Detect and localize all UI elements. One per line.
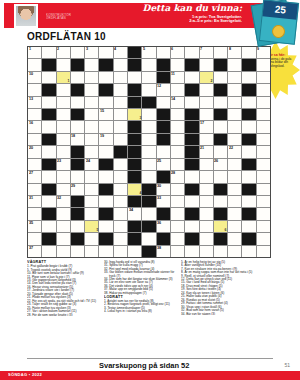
- black-cell: [99, 233, 112, 244]
- grid-cell[interactable]: [200, 246, 213, 257]
- grid-cell[interactable]: [171, 121, 184, 132]
- grid-cell[interactable]: [28, 59, 41, 70]
- code-letter-cell[interactable]: 4: [128, 184, 141, 195]
- black-cell: [99, 84, 112, 95]
- black-cell: [157, 72, 170, 83]
- grid-cell[interactable]: [171, 184, 184, 195]
- grid-cell[interactable]: 3: [85, 47, 98, 58]
- grid-cell[interactable]: 9: [257, 47, 270, 58]
- grid-cell[interactable]: [57, 233, 70, 244]
- grid-cell[interactable]: [200, 184, 213, 195]
- grid-cell[interactable]: [85, 121, 98, 132]
- grid-cell[interactable]: [257, 121, 270, 132]
- grid-cell[interactable]: [214, 121, 227, 132]
- black-cell: [128, 159, 141, 170]
- magazine-page: KONSTRUKTÖR ORDFLÄTAN Detta kan du vinna…: [0, 0, 300, 380]
- grid-cell[interactable]: [85, 109, 98, 120]
- black-cell: [157, 233, 170, 244]
- grid-cell[interactable]: 27: [28, 171, 41, 182]
- crossword-grid[interactable]: 1234567891011121213141531617181920212223…: [27, 46, 271, 258]
- grid-cell[interactable]: [200, 196, 213, 207]
- black-cell: [185, 84, 198, 95]
- grid-cell[interactable]: 2: [57, 47, 70, 58]
- answer-coupon-note: Svarskupong på sidan 52: [99, 361, 189, 370]
- clue-number: 1: [29, 47, 31, 51]
- grid-cell[interactable]: 32: [57, 196, 70, 207]
- grid-cell[interactable]: [257, 72, 270, 83]
- grid-cell[interactable]: [242, 196, 255, 207]
- constructor-byline: KONSTRUKTÖR ORDFLÄTAN: [46, 13, 71, 20]
- grid-cell[interactable]: [42, 97, 55, 108]
- grid-cell[interactable]: [99, 196, 112, 207]
- clue-number: 18: [71, 134, 75, 138]
- grid-cell[interactable]: 34: [128, 208, 141, 219]
- grid-cell[interactable]: [185, 196, 198, 207]
- grid-cell[interactable]: [228, 233, 241, 244]
- grid-cell[interactable]: 7: [200, 47, 213, 58]
- grid-cell[interactable]: [242, 121, 255, 132]
- grid-cell[interactable]: [71, 171, 84, 182]
- grid-cell[interactable]: [228, 109, 241, 120]
- grid-cell[interactable]: [257, 134, 270, 145]
- code-position-tag: 1: [67, 80, 69, 83]
- grid-cell[interactable]: [142, 159, 155, 170]
- grid-cell[interactable]: [42, 121, 55, 132]
- grid-cell[interactable]: [214, 196, 227, 207]
- black-cell: [99, 59, 112, 70]
- grid-cell[interactable]: [42, 246, 55, 257]
- code-position-tag: 4: [139, 191, 141, 194]
- grid-cell[interactable]: [242, 47, 255, 58]
- grid-cell[interactable]: [57, 146, 70, 157]
- grid-cell[interactable]: [85, 196, 98, 207]
- grid-cell[interactable]: [42, 221, 55, 232]
- grid-cell[interactable]: [142, 121, 155, 132]
- grid-cell[interactable]: [42, 72, 55, 83]
- clue-number: 13: [29, 97, 33, 101]
- grid-cell[interactable]: [171, 208, 184, 219]
- grid-cell[interactable]: [185, 47, 198, 58]
- grid-cell[interactable]: [242, 97, 255, 108]
- grid-cell[interactable]: [57, 134, 70, 145]
- clue-number: 33: [157, 196, 161, 200]
- grid-cell[interactable]: [28, 84, 41, 95]
- black-cell: [214, 84, 227, 95]
- grid-cell[interactable]: [28, 208, 41, 219]
- grid-cell[interactable]: [200, 208, 213, 219]
- black-cell: [214, 109, 227, 120]
- black-cell: [128, 171, 141, 182]
- grid-cell[interactable]: [99, 121, 112, 132]
- grid-cell[interactable]: 35: [28, 221, 41, 232]
- grid-cell[interactable]: [28, 109, 41, 120]
- grid-cell[interactable]: [228, 159, 241, 170]
- clue-number: 30: [157, 184, 161, 188]
- grid-cell[interactable]: [157, 47, 170, 58]
- grid-cell[interactable]: [99, 246, 112, 257]
- black-cell: [242, 159, 255, 170]
- grid-cell[interactable]: 24: [85, 159, 98, 170]
- grid-cell[interactable]: [114, 109, 127, 120]
- byline-line2: ORDFLÄTAN: [46, 17, 66, 20]
- clue-number: 31: [29, 196, 33, 200]
- grid-cell[interactable]: [128, 72, 141, 83]
- grid-cell[interactable]: [142, 134, 155, 145]
- grid-cell[interactable]: [171, 221, 184, 232]
- grid-cell[interactable]: 23: [57, 159, 70, 170]
- black-cell: [99, 184, 112, 195]
- grid-cell[interactable]: [142, 109, 155, 120]
- grid-cell[interactable]: [142, 72, 155, 83]
- grid-cell[interactable]: [171, 109, 184, 120]
- black-cell: [42, 184, 55, 195]
- prize-list: 1:a pris: Två Sverigelotter. 2:a–5:e pri…: [162, 14, 242, 23]
- grid-cell[interactable]: [85, 171, 98, 182]
- clue-number: 8: [229, 47, 231, 51]
- grid-cell[interactable]: 30: [157, 184, 170, 195]
- grid-cell[interactable]: [257, 221, 270, 232]
- grid-cell[interactable]: [171, 159, 184, 170]
- grid-cell[interactable]: [228, 72, 241, 83]
- grid-cell[interactable]: [99, 171, 112, 182]
- grid-cell[interactable]: [142, 171, 155, 182]
- grid-cell[interactable]: [200, 233, 213, 244]
- grid-cell[interactable]: [171, 233, 184, 244]
- grid-cell[interactable]: 11: [171, 72, 184, 83]
- black-cell: [214, 208, 227, 219]
- black-cell: [157, 208, 170, 219]
- black-cell: [99, 208, 112, 219]
- grid-cell[interactable]: [171, 134, 184, 145]
- grid-cell[interactable]: [200, 97, 213, 108]
- clue-number: 23: [57, 159, 61, 163]
- grid-cell[interactable]: [257, 97, 270, 108]
- grid-cell[interactable]: [200, 59, 213, 70]
- grid-cell[interactable]: 26: [214, 159, 227, 170]
- page-number: 51: [284, 362, 290, 368]
- grid-cell[interactable]: [242, 146, 255, 157]
- grid-cell[interactable]: [257, 246, 270, 257]
- grid-cell[interactable]: [57, 221, 70, 232]
- grid-cell[interactable]: [200, 84, 213, 95]
- grid-cell[interactable]: [42, 196, 55, 207]
- grid-cell[interactable]: [171, 146, 184, 157]
- prize-line-2: 2:a–5:e pris: En Sverigelott.: [189, 19, 242, 24]
- grid-cell[interactable]: 22: [228, 146, 241, 157]
- grid-cell[interactable]: [242, 72, 255, 83]
- grid-cell[interactable]: [200, 221, 213, 232]
- grid-cell[interactable]: [214, 171, 227, 182]
- grid-cell[interactable]: [171, 84, 184, 95]
- grid-cell[interactable]: [185, 246, 198, 257]
- grid-cell[interactable]: [85, 72, 98, 83]
- grid-cell[interactable]: [114, 208, 127, 219]
- grid-cell[interactable]: [71, 47, 84, 58]
- grid-cell[interactable]: [57, 59, 70, 70]
- coin-icon: [271, 24, 285, 38]
- grid-cell[interactable]: 19: [99, 134, 112, 145]
- grid-cell[interactable]: [71, 97, 84, 108]
- grid-cell[interactable]: [200, 134, 213, 145]
- grid-cell[interactable]: [57, 184, 70, 195]
- grid-cell[interactable]: 13: [28, 97, 41, 108]
- clue-number: 25: [157, 159, 161, 163]
- grid-cell[interactable]: [114, 121, 127, 132]
- code-letter-cell[interactable]: 5: [85, 221, 98, 232]
- black-cell: [185, 233, 198, 244]
- clue-number: 10: [29, 72, 33, 76]
- black-cell: [71, 159, 84, 170]
- grid-cell[interactable]: [257, 233, 270, 244]
- grid-cell[interactable]: [85, 59, 98, 70]
- black-cell: [214, 59, 227, 70]
- grid-cell[interactable]: 29: [71, 184, 84, 195]
- black-cell: [42, 109, 55, 120]
- grid-cell[interactable]: 37: [28, 246, 41, 257]
- grid-cell[interactable]: [257, 159, 270, 170]
- black-cell: [185, 146, 198, 157]
- grid-cell[interactable]: [214, 97, 227, 108]
- grid-cell[interactable]: [114, 84, 127, 95]
- grid-cell[interactable]: [185, 97, 198, 108]
- black-cell: [242, 233, 255, 244]
- grid-cell[interactable]: [114, 246, 127, 257]
- grid-cell[interactable]: 16: [28, 121, 41, 132]
- grid-cell[interactable]: [114, 221, 127, 232]
- black-cell: [185, 184, 198, 195]
- black-cell: [242, 184, 255, 195]
- grid-cell[interactable]: [128, 246, 141, 257]
- grid-cell[interactable]: [28, 159, 41, 170]
- lottery-ticket-front: 25: [259, 0, 299, 45]
- black-cell: [142, 184, 155, 195]
- grid-cell[interactable]: 4: [114, 47, 127, 58]
- grid-cell[interactable]: [200, 109, 213, 120]
- code-position-tag: 5: [96, 229, 98, 232]
- code-letter-cell[interactable]: 3: [128, 109, 141, 120]
- black-cell: [128, 59, 141, 70]
- black-cell: [128, 146, 141, 157]
- grid-cell[interactable]: [99, 221, 112, 232]
- grid-cell[interactable]: 14: [171, 97, 184, 108]
- grid-cell[interactable]: [57, 121, 70, 132]
- grid-cell[interactable]: [71, 221, 84, 232]
- grid-cell[interactable]: [85, 84, 98, 95]
- grid-cell[interactable]: [114, 196, 127, 207]
- grid-cell[interactable]: [85, 97, 98, 108]
- grid-cell[interactable]: 6: [171, 47, 184, 58]
- grid-cell[interactable]: [257, 184, 270, 195]
- grid-cell[interactable]: [228, 97, 241, 108]
- black-cell: [128, 196, 141, 207]
- grid-cell[interactable]: [85, 184, 98, 195]
- grid-cell[interactable]: 18: [71, 134, 84, 145]
- grid-cell[interactable]: 25: [157, 159, 170, 170]
- grid-cell[interactable]: [114, 184, 127, 195]
- black-cell: [42, 233, 55, 244]
- grid-cell[interactable]: [85, 134, 98, 145]
- grid-cell[interactable]: 17: [200, 121, 213, 132]
- footer-red-bar: SÖNDAG • 2022: [0, 371, 300, 380]
- code-letter-cell[interactable]: 1: [57, 72, 70, 83]
- grid-cell[interactable]: [185, 221, 198, 232]
- grid-cell[interactable]: [257, 59, 270, 70]
- clue-number: 28: [171, 171, 175, 175]
- grid-cell[interactable]: [200, 171, 213, 182]
- clue-number: 9: [257, 47, 259, 51]
- grid-cell[interactable]: [242, 246, 255, 257]
- grid-cell[interactable]: [171, 196, 184, 207]
- grid-cell[interactable]: 15: [99, 109, 112, 120]
- grid-cell[interactable]: 28: [171, 171, 184, 182]
- grid-cell[interactable]: [99, 97, 112, 108]
- grid-cell[interactable]: [57, 208, 70, 219]
- grid-cell[interactable]: 31: [28, 196, 41, 207]
- clue-line: 4. Lokal hyrs in i väntan på lista (8): [104, 309, 179, 312]
- black-cell: [242, 109, 255, 120]
- grid-cell[interactable]: [171, 59, 184, 70]
- grid-cell[interactable]: [257, 84, 270, 95]
- grid-cell[interactable]: 21: [200, 146, 213, 157]
- grid-cell[interactable]: [257, 146, 270, 157]
- win-headline: Detta kan du vinna:: [112, 3, 242, 13]
- grid-cell[interactable]: [42, 47, 55, 58]
- black-cell: [71, 146, 84, 157]
- code-letter-cell[interactable]: 6: [214, 221, 227, 232]
- lottery-tickets-image: 25: [252, 1, 298, 45]
- black-cell: [71, 196, 84, 207]
- grid-cell[interactable]: 8: [228, 47, 241, 58]
- grid-cell[interactable]: [57, 97, 70, 108]
- grid-cell[interactable]: [57, 246, 70, 257]
- grid-cell[interactable]: [228, 84, 241, 95]
- code-letter-cell[interactable]: 2: [200, 72, 213, 83]
- grid-cell[interactable]: [214, 72, 227, 83]
- black-cell: [42, 159, 55, 170]
- black-cell: [128, 134, 141, 145]
- grid-cell[interactable]: [257, 109, 270, 120]
- grid-cell[interactable]: [114, 233, 127, 244]
- grid-cell[interactable]: [99, 47, 112, 58]
- black-cell: [42, 208, 55, 219]
- grid-cell[interactable]: 20: [28, 146, 41, 157]
- grid-cell[interactable]: [28, 184, 41, 195]
- grid-cell[interactable]: [228, 208, 241, 219]
- grid-cell[interactable]: [214, 47, 227, 58]
- grid-cell[interactable]: [114, 72, 127, 83]
- grid-cell[interactable]: [71, 72, 84, 83]
- grid-cell[interactable]: [242, 221, 255, 232]
- grid-cell[interactable]: [242, 171, 255, 182]
- grid-cell[interactable]: [228, 184, 241, 195]
- grid-cell[interactable]: [157, 97, 170, 108]
- grid-cell[interactable]: [257, 171, 270, 182]
- grid-cell[interactable]: [114, 159, 127, 170]
- grid-cell[interactable]: [85, 246, 98, 257]
- footer-rule: [27, 358, 273, 359]
- clue-number: 21: [200, 146, 204, 150]
- grid-cell[interactable]: [214, 146, 227, 157]
- code-position-tag: 6: [225, 229, 227, 232]
- grid-cell[interactable]: [57, 109, 70, 120]
- grid-cell[interactable]: 10: [28, 72, 41, 83]
- grid-cell[interactable]: [99, 146, 112, 157]
- clue-number: 6: [171, 47, 173, 51]
- grid-cell[interactable]: [214, 246, 227, 257]
- grid-cell[interactable]: 12: [157, 84, 170, 95]
- black-cell: [71, 59, 84, 70]
- grid-cell[interactable]: [257, 208, 270, 219]
- grid-cell[interactable]: [228, 221, 241, 232]
- grid-cell[interactable]: [114, 134, 127, 145]
- edition-label: SÖNDAG • 2022: [8, 373, 42, 377]
- grid-cell[interactable]: [228, 246, 241, 257]
- code-position-tag: 3: [139, 117, 141, 120]
- grid-cell[interactable]: [157, 146, 170, 157]
- black-cell: [99, 159, 112, 170]
- clue-number: 26: [214, 159, 218, 163]
- grid-cell[interactable]: [85, 233, 98, 244]
- grid-cell[interactable]: [142, 146, 155, 157]
- black-cell: [71, 109, 84, 120]
- grid-cell[interactable]: [28, 134, 41, 145]
- grid-cell[interactable]: [85, 146, 98, 157]
- grid-cell[interactable]: [114, 59, 127, 70]
- grid-cell[interactable]: 38: [157, 246, 170, 257]
- grid-cell[interactable]: [42, 146, 55, 157]
- black-cell: [185, 159, 198, 170]
- grid-cell[interactable]: [228, 171, 241, 182]
- grid-cell[interactable]: [142, 233, 155, 244]
- grid-cell[interactable]: [57, 171, 70, 182]
- grid-cell[interactable]: [71, 246, 84, 257]
- clue-column-down-3: 5. Är en helig hejig tjej av sig (5)6. Å…: [181, 260, 256, 315]
- grid-cell[interactable]: [228, 121, 241, 132]
- grid-cell[interactable]: [228, 134, 241, 145]
- grid-cell[interactable]: [142, 84, 155, 95]
- grid-cell[interactable]: 5: [142, 47, 155, 58]
- grid-cell[interactable]: [228, 59, 241, 70]
- grid-cell[interactable]: [99, 72, 112, 83]
- grid-cell[interactable]: [114, 97, 127, 108]
- black-cell: [242, 208, 255, 219]
- puzzle-title: ORDFLÄTAN 10: [27, 31, 106, 42]
- grid-cell[interactable]: [42, 171, 55, 182]
- grid-cell[interactable]: [142, 208, 155, 219]
- grid-cell[interactable]: [200, 159, 213, 170]
- grid-cell[interactable]: [28, 233, 41, 244]
- black-cell: [71, 84, 84, 95]
- grid-cell[interactable]: [71, 121, 84, 132]
- grid-cell[interactable]: 33: [157, 196, 170, 207]
- grid-cell[interactable]: [185, 72, 198, 83]
- grid-cell[interactable]: 36: [157, 221, 170, 232]
- black-cell: [42, 84, 55, 95]
- grid-cell[interactable]: [57, 84, 70, 95]
- grid-cell[interactable]: [142, 59, 155, 70]
- black-cell: [157, 109, 170, 120]
- grid-cell[interactable]: 1: [28, 47, 41, 58]
- clue-number: 29: [71, 184, 75, 188]
- grid-cell[interactable]: [171, 246, 184, 257]
- grid-cell[interactable]: [185, 171, 198, 182]
- grid-cell[interactable]: [85, 208, 98, 219]
- grid-cell[interactable]: [228, 196, 241, 207]
- grid-cell[interactable]: [257, 196, 270, 207]
- grid-cell[interactable]: [114, 171, 127, 182]
- clue-number: 35: [29, 221, 33, 225]
- clue-column-mixed-2: 30. Inga hårda ord vi vill varandra (8)3…: [104, 260, 179, 313]
